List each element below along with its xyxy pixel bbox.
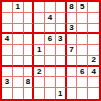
sudoku-cell-r8c5[interactable] bbox=[45, 77, 56, 88]
sudoku-cell-r7c7[interactable] bbox=[67, 67, 78, 78]
sudoku-cell-r9c8[interactable] bbox=[77, 88, 88, 99]
sudoku-cell-r9c6[interactable]: 1 bbox=[56, 88, 67, 99]
sudoku-cell-r8c7[interactable] bbox=[67, 77, 78, 88]
sudoku-cell-r5c6[interactable] bbox=[56, 45, 67, 56]
sudoku-cell-r1c9[interactable] bbox=[88, 2, 99, 13]
sudoku-cell-r1c5[interactable] bbox=[45, 2, 56, 13]
sudoku-cell-r3c1[interactable] bbox=[2, 24, 13, 35]
sudoku-cell-r1c8[interactable]: 5 bbox=[77, 2, 88, 13]
sudoku-cell-r5c9[interactable] bbox=[88, 45, 99, 56]
sudoku-cell-r3c9[interactable] bbox=[88, 24, 99, 35]
sudoku-cell-r1c4[interactable] bbox=[34, 2, 45, 13]
sudoku-cell-r6c1[interactable] bbox=[2, 56, 13, 67]
sudoku-board: 18543463172264381 bbox=[0, 0, 101, 101]
sudoku-cell-r6c6[interactable] bbox=[56, 56, 67, 67]
sudoku-cell-r1c7[interactable]: 8 bbox=[67, 2, 78, 13]
sudoku-cell-r3c3[interactable] bbox=[24, 24, 35, 35]
sudoku-cell-r2c6[interactable] bbox=[56, 13, 67, 24]
sudoku-cell-r6c5[interactable] bbox=[45, 56, 56, 67]
sudoku-cell-r9c2[interactable] bbox=[13, 88, 24, 99]
sudoku-cell-r4c9[interactable] bbox=[88, 34, 99, 45]
sudoku-cell-r1c1[interactable] bbox=[2, 2, 13, 13]
sudoku-cell-r5c3[interactable] bbox=[24, 45, 35, 56]
sudoku-cell-r2c3[interactable] bbox=[24, 13, 35, 24]
sudoku-cell-r2c9[interactable] bbox=[88, 13, 99, 24]
sudoku-cell-r3c4[interactable] bbox=[34, 24, 45, 35]
sudoku-cell-r7c5[interactable] bbox=[45, 67, 56, 78]
sudoku-cell-r5c1[interactable] bbox=[2, 45, 13, 56]
sudoku-cell-r7c1[interactable] bbox=[2, 67, 13, 78]
sudoku-cell-r9c3[interactable] bbox=[24, 88, 35, 99]
sudoku-cell-r4c1[interactable]: 4 bbox=[2, 34, 13, 45]
sudoku-cell-r8c8[interactable] bbox=[77, 77, 88, 88]
sudoku-cell-r1c2[interactable]: 1 bbox=[13, 2, 24, 13]
sudoku-cell-r6c8[interactable] bbox=[77, 56, 88, 67]
sudoku-cell-r7c8[interactable]: 6 bbox=[77, 67, 88, 78]
sudoku-cell-r9c9[interactable] bbox=[88, 88, 99, 99]
sudoku-cell-r3c8[interactable] bbox=[77, 24, 88, 35]
sudoku-cell-r8c3[interactable]: 8 bbox=[24, 77, 35, 88]
sudoku-cell-r6c4[interactable] bbox=[34, 56, 45, 67]
sudoku-cell-r6c9[interactable]: 2 bbox=[88, 56, 99, 67]
sudoku-cell-r6c2[interactable] bbox=[13, 56, 24, 67]
sudoku-cell-r8c6[interactable] bbox=[56, 77, 67, 88]
sudoku-cell-r7c6[interactable] bbox=[56, 67, 67, 78]
sudoku-cell-r9c5[interactable] bbox=[45, 88, 56, 99]
sudoku-cell-r8c2[interactable] bbox=[13, 77, 24, 88]
sudoku-cell-r1c3[interactable] bbox=[24, 2, 35, 13]
sudoku-cell-r7c3[interactable] bbox=[24, 67, 35, 78]
sudoku-cell-r2c7[interactable] bbox=[67, 13, 78, 24]
sudoku-cell-r5c2[interactable] bbox=[13, 45, 24, 56]
sudoku-cell-r4c5[interactable]: 6 bbox=[45, 34, 56, 45]
sudoku-cell-r8c1[interactable]: 3 bbox=[2, 77, 13, 88]
sudoku-cell-r5c5[interactable] bbox=[45, 45, 56, 56]
sudoku-cell-r4c8[interactable] bbox=[77, 34, 88, 45]
sudoku-cell-r2c8[interactable] bbox=[77, 13, 88, 24]
sudoku-cell-r3c6[interactable] bbox=[56, 24, 67, 35]
sudoku-cell-r2c2[interactable] bbox=[13, 13, 24, 24]
sudoku-cell-r4c7[interactable] bbox=[67, 34, 78, 45]
sudoku-cell-r5c4[interactable]: 1 bbox=[34, 45, 45, 56]
sudoku-cell-r3c7[interactable]: 3 bbox=[67, 24, 78, 35]
sudoku-cell-r8c9[interactable] bbox=[88, 77, 99, 88]
sudoku-cell-r8c4[interactable] bbox=[34, 77, 45, 88]
sudoku-cell-r4c3[interactable] bbox=[24, 34, 35, 45]
sudoku-cell-r7c2[interactable] bbox=[13, 67, 24, 78]
sudoku-cell-r9c4[interactable] bbox=[34, 88, 45, 99]
sudoku-cell-r4c4[interactable] bbox=[34, 34, 45, 45]
sudoku-cell-r2c4[interactable] bbox=[34, 13, 45, 24]
sudoku-cell-r1c6[interactable] bbox=[56, 2, 67, 13]
sudoku-cell-r2c1[interactable] bbox=[2, 13, 13, 24]
sudoku-cell-r9c7[interactable] bbox=[67, 88, 78, 99]
sudoku-cell-r6c7[interactable] bbox=[67, 56, 78, 67]
sudoku-cell-r4c2[interactable] bbox=[13, 34, 24, 45]
sudoku-cell-r2c5[interactable]: 4 bbox=[45, 13, 56, 24]
sudoku-cell-r3c2[interactable] bbox=[13, 24, 24, 35]
sudoku-cell-r3c5[interactable] bbox=[45, 24, 56, 35]
sudoku-cell-r4c6[interactable]: 3 bbox=[56, 34, 67, 45]
sudoku-cell-r5c7[interactable]: 7 bbox=[67, 45, 78, 56]
sudoku-cell-r6c3[interactable] bbox=[24, 56, 35, 67]
sudoku-cell-r7c4[interactable]: 2 bbox=[34, 67, 45, 78]
sudoku-cell-r7c9[interactable]: 4 bbox=[88, 67, 99, 78]
sudoku-cell-r9c1[interactable] bbox=[2, 88, 13, 99]
sudoku-cell-r5c8[interactable] bbox=[77, 45, 88, 56]
